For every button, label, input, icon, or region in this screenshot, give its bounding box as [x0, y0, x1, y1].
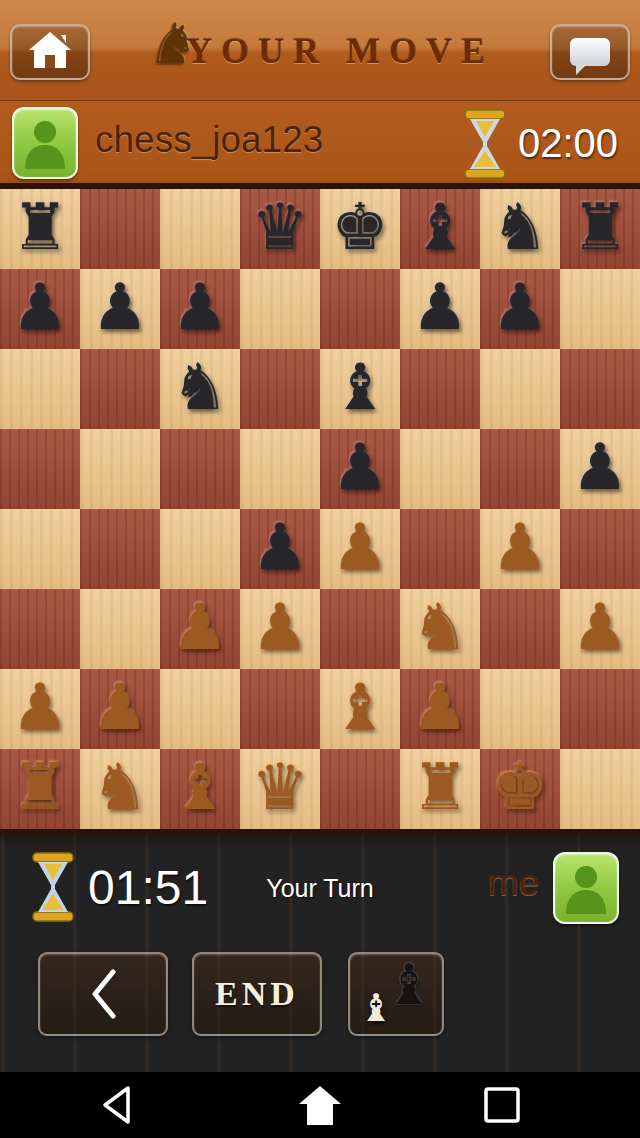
- square-h6[interactable]: [560, 349, 640, 429]
- square-f4[interactable]: [400, 509, 480, 589]
- square-b5[interactable]: [80, 429, 160, 509]
- square-a7[interactable]: ♟: [0, 269, 80, 349]
- player-label: me: [488, 862, 539, 904]
- player-clock: 01:51: [88, 860, 208, 915]
- white-pawn-h3[interactable]: ♟: [560, 583, 640, 667]
- square-a2[interactable]: ♟: [0, 669, 80, 749]
- chat-button[interactable]: [550, 24, 630, 80]
- opponent-hourglass-icon: [462, 109, 508, 183]
- square-b3[interactable]: [80, 589, 160, 669]
- white-rook-a1[interactable]: ♜: [0, 743, 80, 827]
- square-c7[interactable]: ♟: [160, 269, 240, 349]
- square-g2[interactable]: [480, 669, 560, 749]
- square-e6[interactable]: ♝: [320, 349, 400, 429]
- square-e8[interactable]: ♚: [320, 189, 400, 269]
- person-icon: [564, 862, 608, 914]
- square-e3[interactable]: [320, 589, 400, 669]
- white-pawn-a2[interactable]: ♟: [0, 663, 80, 747]
- square-a4[interactable]: [0, 509, 80, 589]
- white-knight-b1[interactable]: ♞: [80, 743, 160, 827]
- square-a3[interactable]: [0, 589, 80, 669]
- nav-home-button[interactable]: [290, 1072, 350, 1138]
- opponent-avatar[interactable]: [12, 107, 78, 179]
- square-c5[interactable]: [160, 429, 240, 509]
- black-rook-a8[interactable]: ♜: [0, 183, 80, 267]
- square-e5[interactable]: ♟: [320, 429, 400, 509]
- nav-recents-button[interactable]: [472, 1072, 532, 1138]
- square-b8[interactable]: [80, 189, 160, 269]
- black-bishop-e6[interactable]: ♝: [320, 343, 400, 427]
- app-screen: ♞ YOUR MOVE chess_joa123 02:00 ♜♛♚♝♞♜♟: [0, 0, 640, 1138]
- square-g6[interactable]: [480, 349, 560, 429]
- square-e7[interactable]: [320, 269, 400, 349]
- white-bishop-c1[interactable]: ♝: [160, 743, 240, 827]
- black-knight-c6[interactable]: ♞: [160, 343, 240, 427]
- black-pawn-b7[interactable]: ♟: [80, 263, 160, 347]
- square-b7[interactable]: ♟: [80, 269, 160, 349]
- white-knight-f3[interactable]: ♞: [400, 583, 480, 667]
- square-c8[interactable]: [160, 189, 240, 269]
- square-c6[interactable]: ♞: [160, 349, 240, 429]
- back-button[interactable]: [38, 952, 168, 1036]
- square-g5[interactable]: [480, 429, 560, 509]
- square-d1[interactable]: ♛: [240, 749, 320, 829]
- square-b2[interactable]: ♟: [80, 669, 160, 749]
- white-pawn-b2[interactable]: ♟: [80, 663, 160, 747]
- white-bishop-icon: ♝: [359, 986, 393, 1030]
- person-icon: [23, 117, 67, 169]
- page-title: YOUR MOVE: [130, 30, 550, 72]
- square-a1[interactable]: ♜: [0, 749, 80, 829]
- square-g8[interactable]: ♞: [480, 189, 560, 269]
- home-icon: [28, 31, 72, 73]
- square-h2[interactable]: [560, 669, 640, 749]
- square-d2[interactable]: [240, 669, 320, 749]
- end-button-label: END: [215, 975, 299, 1013]
- square-a8[interactable]: ♜: [0, 189, 80, 269]
- square-h1[interactable]: [560, 749, 640, 829]
- square-b6[interactable]: [80, 349, 160, 429]
- black-pawn-h5[interactable]: ♟: [560, 423, 640, 507]
- opponent-bar: chess_joa123 02:00: [0, 100, 640, 185]
- square-e1[interactable]: [320, 749, 400, 829]
- chat-bubble-icon: [570, 38, 610, 66]
- white-king-g1[interactable]: ♚: [480, 743, 560, 827]
- android-nav-bar: [0, 1072, 640, 1138]
- black-queen-d8[interactable]: ♛: [240, 183, 320, 267]
- black-pawn-a7[interactable]: ♟: [0, 263, 80, 347]
- square-c4[interactable]: [160, 509, 240, 589]
- square-f6[interactable]: [400, 349, 480, 429]
- square-d5[interactable]: [240, 429, 320, 509]
- square-d8[interactable]: ♛: [240, 189, 320, 269]
- square-b4[interactable]: [80, 509, 160, 589]
- square-g3[interactable]: [480, 589, 560, 669]
- opponent-name: chess_joa123: [95, 119, 323, 161]
- square-f8[interactable]: ♝: [400, 189, 480, 269]
- black-king-e8[interactable]: ♚: [320, 183, 400, 267]
- square-a5[interactable]: [0, 429, 80, 509]
- white-queen-d1[interactable]: ♛: [240, 743, 320, 827]
- square-h8[interactable]: ♜: [560, 189, 640, 269]
- chevron-left-icon: [83, 964, 123, 1024]
- black-pawn-d4[interactable]: ♟: [240, 503, 320, 587]
- black-pawn-e5[interactable]: ♟: [320, 423, 400, 507]
- black-pawn-f7[interactable]: ♟: [400, 263, 480, 347]
- nav-back-icon: [98, 1083, 138, 1127]
- white-pawn-g4[interactable]: ♟: [480, 503, 560, 587]
- player-hourglass-icon: [30, 852, 76, 926]
- nav-recents-icon: [482, 1083, 522, 1127]
- chess-board: ♜♛♚♝♞♜♟♟♟♟♟♞♝♟♟♟♟♟♟♟♞♟♟♟♝♟♜♞♝♛♜♚: [0, 189, 640, 829]
- square-d3[interactable]: ♟: [240, 589, 320, 669]
- white-pawn-d3[interactable]: ♟: [240, 583, 320, 667]
- square-d7[interactable]: [240, 269, 320, 349]
- turn-status: Your Turn: [200, 874, 440, 903]
- square-f5[interactable]: [400, 429, 480, 509]
- white-pawn-f2[interactable]: ♟: [400, 663, 480, 747]
- captured-pieces-button[interactable]: ♝ ♝: [348, 952, 444, 1036]
- white-pawn-e4[interactable]: ♟: [320, 503, 400, 587]
- white-rook-f1[interactable]: ♜: [400, 743, 480, 827]
- square-h4[interactable]: [560, 509, 640, 589]
- square-b1[interactable]: ♞: [80, 749, 160, 829]
- square-h7[interactable]: [560, 269, 640, 349]
- square-a6[interactable]: [0, 349, 80, 429]
- square-c2[interactable]: [160, 669, 240, 749]
- square-d4[interactable]: ♟: [240, 509, 320, 589]
- black-rook-h8[interactable]: ♜: [560, 183, 640, 267]
- end-button[interactable]: END: [192, 952, 322, 1036]
- opponent-clock: 02:00: [518, 121, 618, 166]
- player-avatar[interactable]: [553, 852, 619, 924]
- home-button[interactable]: [10, 24, 90, 80]
- square-h5[interactable]: ♟: [560, 429, 640, 509]
- square-f2[interactable]: ♟: [400, 669, 480, 749]
- top-bar: ♞ YOUR MOVE: [0, 0, 640, 100]
- square-f1[interactable]: ♜: [400, 749, 480, 829]
- square-e4[interactable]: ♟: [320, 509, 400, 589]
- square-g1[interactable]: ♚: [480, 749, 560, 829]
- square-h3[interactable]: ♟: [560, 589, 640, 669]
- square-c3[interactable]: ♟: [160, 589, 240, 669]
- square-g4[interactable]: ♟: [480, 509, 560, 589]
- white-pawn-c3[interactable]: ♟: [160, 583, 240, 667]
- black-bishop-f8[interactable]: ♝: [400, 183, 480, 267]
- nav-back-button[interactable]: [88, 1072, 148, 1138]
- square-g7[interactable]: ♟: [480, 269, 560, 349]
- white-bishop-e2[interactable]: ♝: [320, 663, 400, 747]
- square-d6[interactable]: [240, 349, 320, 429]
- black-knight-g8[interactable]: ♞: [480, 183, 560, 267]
- nav-home-icon: [297, 1083, 343, 1127]
- square-f7[interactable]: ♟: [400, 269, 480, 349]
- square-e2[interactable]: ♝: [320, 669, 400, 749]
- black-pawn-g7[interactable]: ♟: [480, 263, 560, 347]
- square-f3[interactable]: ♞: [400, 589, 480, 669]
- black-pawn-c7[interactable]: ♟: [160, 263, 240, 347]
- square-c1[interactable]: ♝: [160, 749, 240, 829]
